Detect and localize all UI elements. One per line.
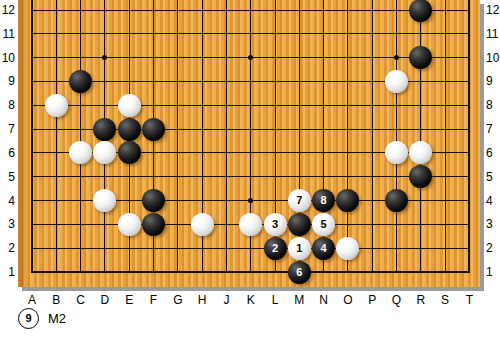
stone-black-F3[interactable] [142,213,165,236]
stone-black-L2[interactable]: 2 [264,237,287,260]
row-label-right-10: 10 [486,49,500,67]
stone-black-C9[interactable] [69,70,92,93]
grid-line-col-R [420,0,421,273]
grid-line-col-C [80,0,81,273]
stone-black-F4[interactable] [142,189,165,212]
row-label-left-8: 8 [0,96,15,114]
stone-white-R6[interactable] [409,141,432,164]
stone-white-O2[interactable] [336,237,359,260]
column-label-D: D [93,292,117,308]
column-label-C: C [69,292,93,308]
row-label-left-3: 3 [0,215,15,233]
stone-white-N3[interactable]: 5 [312,213,335,236]
row-label-left-1: 1 [0,263,15,281]
grid-line-col-J [226,0,227,273]
stone-number: 6 [296,267,302,278]
row-label-right-1: 1 [486,263,500,281]
stone-white-D6[interactable] [93,141,116,164]
stone-white-D4[interactable] [93,189,116,212]
grid-line-col-Q [396,0,397,273]
caption-location: M2 [48,311,66,326]
stone-number: 8 [321,195,327,206]
row-label-left-4: 4 [0,192,15,210]
row-label-left-5: 5 [0,168,15,186]
stone-white-K3[interactable] [239,213,262,236]
row-label-right-9: 9 [486,72,500,90]
row-label-right-4: 4 [486,192,500,210]
column-label-G: G [166,292,190,308]
column-label-E: E [117,292,141,308]
column-label-P: P [360,292,384,308]
go-board[interactable]: 82467351 [18,0,480,287]
grid-line-row-5 [31,176,470,177]
grid-line-row-1 [31,271,470,273]
stone-black-D7[interactable] [93,118,116,141]
grid-line-col-G [177,0,178,273]
column-label-R: R [409,292,433,308]
star-point-D10 [102,55,107,60]
grid-line-row-8 [31,105,470,106]
star-point-K10 [248,55,253,60]
stone-black-Q4[interactable] [385,189,408,212]
stone-black-R10[interactable] [409,46,432,69]
column-label-T: T [457,292,481,308]
stone-white-E8[interactable] [118,94,141,117]
grid-line-row-12 [31,10,470,11]
column-label-M: M [287,292,311,308]
row-label-right-3: 3 [486,215,500,233]
column-label-S: S [433,292,457,308]
stone-black-N2[interactable]: 4 [312,237,335,260]
row-label-left-6: 6 [0,144,15,162]
grid-line-row-11 [31,33,470,34]
star-point-Q10 [394,55,399,60]
stone-white-E3[interactable] [118,213,141,236]
stone-number: 1 [296,243,302,254]
stone-white-Q9[interactable] [385,70,408,93]
stone-number: 7 [296,195,302,206]
stone-white-H3[interactable] [191,213,214,236]
caption: 9 M2 [18,306,66,330]
column-label-H: H [190,292,214,308]
stone-black-F7[interactable] [142,118,165,141]
row-label-left-10: 10 [0,49,15,67]
stone-white-B8[interactable] [45,94,68,117]
column-label-F: F [142,292,166,308]
stone-white-Q6[interactable] [385,141,408,164]
go-diagram: 82467351 121211111010998877665544332211A… [0,0,500,345]
stone-number: 3 [272,219,278,230]
row-label-right-6: 6 [486,144,500,162]
grid-line-col-A [31,0,33,273]
star-point-K4 [248,198,253,203]
grid-line-row-2 [31,248,470,249]
stone-black-O4[interactable] [336,189,359,212]
stone-black-M3[interactable] [288,213,311,236]
row-label-right-5: 5 [486,168,500,186]
row-label-right-7: 7 [486,120,500,138]
stone-number: 5 [321,219,327,230]
grid-line-col-O [347,0,348,273]
row-label-right-12: 12 [486,1,500,19]
stone-white-M4[interactable]: 7 [288,189,311,212]
column-label-N: N [312,292,336,308]
stone-black-N4[interactable]: 8 [312,189,335,212]
stone-white-C6[interactable] [69,141,92,164]
column-label-K: K [239,292,263,308]
stone-black-E6[interactable] [118,141,141,164]
stone-black-R5[interactable] [409,165,432,188]
column-label-L: L [263,292,287,308]
row-label-left-9: 9 [0,72,15,90]
stone-number: 2 [272,243,278,254]
row-label-left-11: 11 [0,25,15,43]
stone-white-M2[interactable]: 1 [288,237,311,260]
row-label-left-12: 12 [0,1,15,19]
row-label-right-2: 2 [486,239,500,257]
stone-white-L3[interactable]: 3 [264,213,287,236]
row-label-right-8: 8 [486,96,500,114]
stone-number: 4 [321,243,327,254]
row-label-left-2: 2 [0,239,15,257]
row-label-left-7: 7 [0,120,15,138]
column-label-J: J [214,292,238,308]
row-label-right-11: 11 [486,25,500,43]
column-label-Q: Q [385,292,409,308]
grid-line-col-P [372,0,373,273]
stone-black-E7[interactable] [118,118,141,141]
caption-move-9-white-stone-icon: 9 [18,308,39,329]
stone-black-M1[interactable]: 6 [288,261,311,284]
grid-line-col-T [468,0,470,273]
column-label-O: O [336,292,360,308]
grid-line-col-B [56,0,57,273]
stone-black-R12[interactable] [409,0,432,22]
grid-line-col-S [445,0,446,273]
